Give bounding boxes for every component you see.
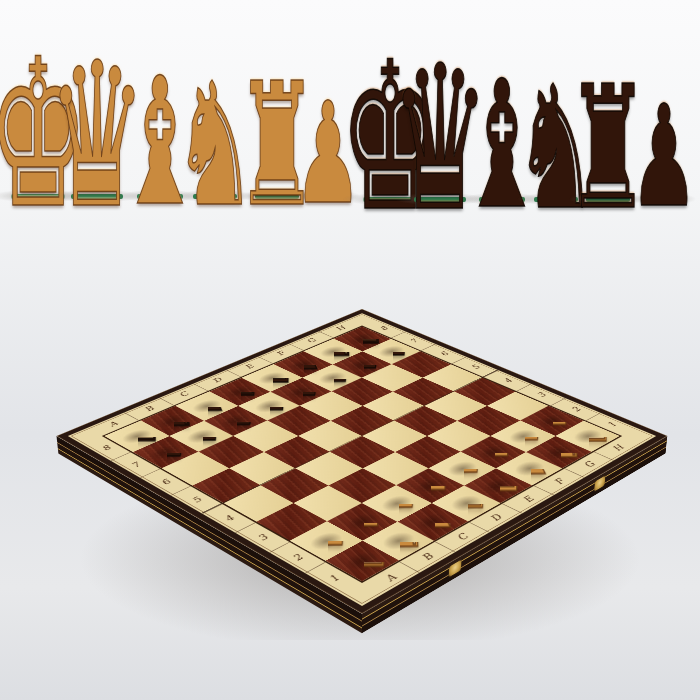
pawn-glyph: ♟ [629,87,698,227]
brass-clasp[interactable] [449,560,462,578]
product-photo: ♚♛♝♞♜♟ ♚♛♝♞♜♟ ABCDEFGH 87654321 ♜♞♝♛♚♝♞♜… [0,0,700,700]
square-c6[interactable] [233,421,297,452]
brass-clasp[interactable] [594,475,605,491]
